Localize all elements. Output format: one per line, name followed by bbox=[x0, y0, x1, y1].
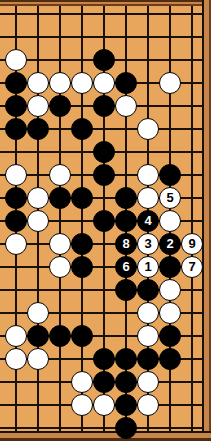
go-stone bbox=[137, 279, 159, 301]
go-stone-move-1: 1 bbox=[137, 256, 159, 278]
go-stone bbox=[93, 371, 115, 393]
board-border-top bbox=[0, 0, 211, 6]
stone-number: 5 bbox=[166, 191, 173, 204]
go-stone bbox=[49, 164, 71, 186]
go-stone bbox=[49, 325, 71, 347]
go-stone-move-6: 6 bbox=[115, 256, 137, 278]
go-stone bbox=[5, 233, 27, 255]
go-stone bbox=[115, 210, 137, 232]
stone-number: 3 bbox=[144, 237, 151, 250]
go-stone bbox=[5, 210, 27, 232]
stone-number: 9 bbox=[188, 237, 195, 250]
go-stone bbox=[137, 118, 159, 140]
go-stone bbox=[71, 325, 93, 347]
go-stone bbox=[93, 164, 115, 186]
go-stone bbox=[27, 187, 49, 209]
go-stone bbox=[49, 95, 71, 117]
go-stone bbox=[93, 394, 115, 416]
go-stone bbox=[71, 371, 93, 393]
go-stone bbox=[5, 164, 27, 186]
board-grid-line bbox=[0, 36, 204, 38]
go-stone bbox=[115, 187, 137, 209]
go-stone bbox=[5, 72, 27, 94]
go-stone-move-5: 5 bbox=[159, 187, 181, 209]
board-grid-line bbox=[59, 4, 61, 432]
board-border-right bbox=[202, 0, 211, 441]
board-grid-line bbox=[81, 4, 83, 432]
go-stone bbox=[27, 95, 49, 117]
go-stone bbox=[159, 164, 181, 186]
go-stone bbox=[5, 95, 27, 117]
go-stone bbox=[137, 164, 159, 186]
go-stone bbox=[27, 348, 49, 370]
go-stone bbox=[159, 325, 181, 347]
go-stone-move-9: 9 bbox=[181, 233, 203, 255]
stone-number: 1 bbox=[144, 260, 151, 273]
go-stone bbox=[49, 256, 71, 278]
go-stone bbox=[93, 72, 115, 94]
go-stone bbox=[5, 118, 27, 140]
stone-number: 6 bbox=[122, 260, 129, 273]
board-grid-line bbox=[0, 427, 204, 429]
go-stone bbox=[93, 210, 115, 232]
go-stone bbox=[93, 141, 115, 163]
go-stone bbox=[71, 187, 93, 209]
go-stone bbox=[137, 187, 159, 209]
go-stone bbox=[71, 394, 93, 416]
board-border-bottom bbox=[0, 431, 211, 441]
go-diagram: 548329617 bbox=[0, 0, 211, 441]
go-stone bbox=[159, 72, 181, 94]
go-stone bbox=[27, 302, 49, 324]
go-stone bbox=[93, 49, 115, 71]
board-grid-line bbox=[0, 13, 204, 15]
go-stone bbox=[5, 325, 27, 347]
go-stone bbox=[159, 256, 181, 278]
go-stone bbox=[137, 371, 159, 393]
go-stone-move-7: 7 bbox=[181, 256, 203, 278]
go-stone bbox=[71, 233, 93, 255]
go-stone bbox=[115, 371, 137, 393]
go-stone bbox=[115, 348, 137, 370]
go-stone bbox=[137, 348, 159, 370]
go-stone bbox=[5, 187, 27, 209]
go-stone bbox=[5, 49, 27, 71]
go-stone bbox=[71, 256, 93, 278]
go-stone bbox=[137, 325, 159, 347]
go-stone-move-2: 2 bbox=[159, 233, 181, 255]
go-stone bbox=[115, 72, 137, 94]
go-stone bbox=[49, 233, 71, 255]
stone-number: 7 bbox=[188, 260, 195, 273]
go-stone bbox=[93, 348, 115, 370]
stone-number: 2 bbox=[166, 237, 173, 250]
go-stone bbox=[159, 210, 181, 232]
stone-number: 4 bbox=[144, 214, 151, 227]
go-stone bbox=[27, 72, 49, 94]
board-grid-line bbox=[191, 4, 193, 432]
go-stone bbox=[159, 348, 181, 370]
go-stone-move-4: 4 bbox=[137, 210, 159, 232]
stone-number: 8 bbox=[122, 237, 129, 250]
go-stone bbox=[115, 417, 137, 439]
go-stone bbox=[49, 187, 71, 209]
go-stone bbox=[71, 118, 93, 140]
go-stone-move-8: 8 bbox=[115, 233, 137, 255]
go-stone bbox=[27, 118, 49, 140]
go-stone bbox=[93, 95, 115, 117]
go-stone bbox=[5, 348, 27, 370]
go-stone bbox=[159, 302, 181, 324]
go-stone bbox=[27, 210, 49, 232]
go-stone bbox=[137, 302, 159, 324]
go-stone-move-3: 3 bbox=[137, 233, 159, 255]
go-stone bbox=[115, 394, 137, 416]
go-stone bbox=[115, 95, 137, 117]
go-stone bbox=[49, 72, 71, 94]
go-stone bbox=[27, 325, 49, 347]
go-stone bbox=[159, 279, 181, 301]
go-stone bbox=[137, 394, 159, 416]
go-stone bbox=[115, 279, 137, 301]
go-stone bbox=[71, 72, 93, 94]
